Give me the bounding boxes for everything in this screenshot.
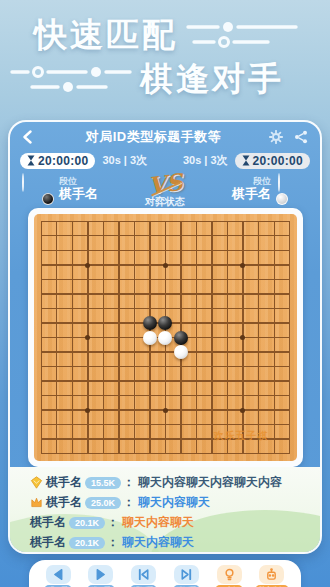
chat-text: 聊天内容聊天 xyxy=(122,514,194,531)
bulb-icon xyxy=(223,568,236,581)
match-card: 对局ID类型标题手数等 20:00:00 30s | 3次 30s | 3次 xyxy=(8,120,322,554)
left-rule-text: 30s | 3次 xyxy=(102,153,147,168)
chat-player-name: 棋手名 xyxy=(46,494,82,511)
stone-black xyxy=(143,316,157,330)
stone-black xyxy=(174,331,188,345)
rating-badge: 15.5K xyxy=(85,477,121,489)
step-back-icon xyxy=(52,568,65,581)
star-point xyxy=(85,408,90,413)
left-timer-pill: 20:00:00 xyxy=(20,153,95,169)
rating-badge: 20.1K xyxy=(69,517,105,529)
rating-badge: 25.0K xyxy=(85,497,121,509)
hero-title-line1: 快速匹配 xyxy=(34,14,178,56)
players-row: 段位 棋手名 VS 对弈状态 段位 棋手名 xyxy=(10,173,320,205)
star-point xyxy=(240,408,245,413)
chat-text: 聊天内容聊天内容聊天内容 xyxy=(138,474,282,491)
avatar-placeholder xyxy=(22,173,24,192)
white-stone-badge-icon xyxy=(276,193,288,205)
chat-text: 聊天内容聊天 xyxy=(122,534,194,551)
star-point xyxy=(85,263,90,268)
black-stone-badge-icon xyxy=(42,193,54,205)
back-button[interactable] xyxy=(22,130,38,144)
share-icon[interactable] xyxy=(294,130,308,144)
hourglass-icon xyxy=(27,155,35,166)
chat-panel[interactable]: 棋手名 15.5K ： 聊天内容聊天内容聊天内容 棋手名 25.0K ： 聊天内… xyxy=(10,467,320,552)
rating-badge: 20.1K xyxy=(69,537,105,549)
stone-white xyxy=(143,331,157,345)
chat-player-name: 棋手名 xyxy=(30,514,66,531)
decor-nodes-top xyxy=(186,19,298,51)
skip-forward-icon xyxy=(180,568,193,581)
card-titlebar: 对局ID类型标题手数等 xyxy=(10,122,320,149)
gem-icon xyxy=(30,476,43,489)
step-forward-button[interactable]: 进一手 xyxy=(82,565,120,587)
skip-forward-button[interactable]: 进五手 xyxy=(167,565,205,587)
crown-icon xyxy=(30,496,43,509)
analysis-button[interactable]: 胜率分析 xyxy=(253,565,291,587)
back-chevron-icon xyxy=(22,130,33,144)
chat-text: 聊天内容聊天 xyxy=(138,494,210,511)
gomoku-board[interactable]: 欢乐五子棋 xyxy=(34,214,297,461)
match-title: 对局ID类型标题手数等 xyxy=(38,128,269,146)
board-frame: 欢乐五子棋 xyxy=(28,208,303,467)
left-timer-value: 20:00:00 xyxy=(38,154,88,168)
chat-separator: ： xyxy=(123,474,135,491)
robot-icon xyxy=(265,568,278,581)
hourglass-icon xyxy=(242,155,250,166)
timer-row: 20:00:00 30s | 3次 30s | 3次 20:00:00 xyxy=(10,151,320,170)
right-player-name: 棋手名 xyxy=(232,187,271,201)
step-back-button[interactable]: 退一手 xyxy=(39,565,77,587)
hero-title-line2: 棋逢对手 xyxy=(140,58,284,100)
decor-nodes-bottom xyxy=(10,63,132,95)
star-point xyxy=(163,408,168,413)
replay-toolbar: 退一手 进一手 退五手 进五手 AI大师 胜率分析 xyxy=(29,560,301,587)
step-forward-icon xyxy=(94,568,107,581)
chat-separator: ： xyxy=(107,534,119,551)
chat-player-name: 棋手名 xyxy=(46,474,82,491)
right-timer-pill: 20:00:00 xyxy=(235,153,310,169)
chat-message: 棋手名 20.1K ： 聊天内容聊天 xyxy=(30,534,320,551)
chat-message: 棋手名 15.5K ： 聊天内容聊天内容聊天内容 xyxy=(30,474,320,491)
star-point xyxy=(240,335,245,340)
avatar-placeholder xyxy=(278,173,280,192)
stone-white xyxy=(158,331,172,345)
right-player-avatar[interactable] xyxy=(278,174,308,204)
chat-separator: ： xyxy=(123,494,135,511)
left-player-name: 棋手名 xyxy=(59,187,98,201)
right-player: 段位 棋手名 xyxy=(200,174,308,204)
chat-separator: ： xyxy=(107,514,119,531)
go-board-grid[interactable] xyxy=(41,221,290,454)
left-player: 段位 棋手名 xyxy=(22,174,130,204)
right-rule-text: 30s | 3次 xyxy=(183,153,228,168)
chat-message: 棋手名 25.0K ： 聊天内容聊天 xyxy=(30,494,320,511)
vs-status: VS 对弈状态 xyxy=(130,172,200,207)
star-point xyxy=(163,263,168,268)
skip-back-button[interactable]: 退五手 xyxy=(125,565,163,587)
board-watermark: 欢乐五子棋 xyxy=(214,429,269,443)
stone-white xyxy=(174,345,188,359)
chat-player-name: 棋手名 xyxy=(30,534,66,551)
star-point xyxy=(85,335,90,340)
right-timer-value: 20:00:00 xyxy=(253,154,303,168)
left-player-avatar[interactable] xyxy=(22,174,52,204)
skip-back-icon xyxy=(137,568,150,581)
stone-black xyxy=(158,316,172,330)
chat-message: 棋手名 20.1K ： 聊天内容聊天 xyxy=(30,514,320,531)
hero-header: 快速匹配 棋逢对手 xyxy=(0,0,330,100)
settings-gear-icon[interactable] xyxy=(269,130,283,144)
star-point xyxy=(240,263,245,268)
ai-hint-button[interactable]: AI大师 xyxy=(210,565,248,587)
